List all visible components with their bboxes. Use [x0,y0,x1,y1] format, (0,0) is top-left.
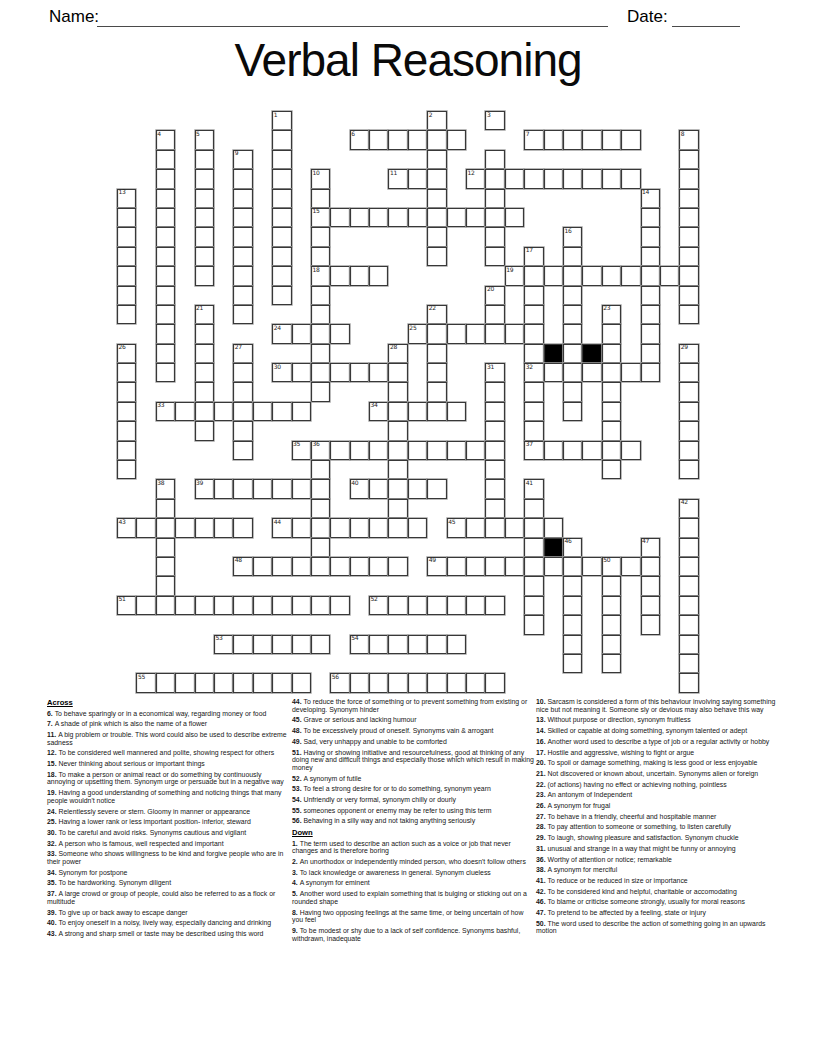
grid-cell[interactable] [602,363,621,382]
grid-cell[interactable] [602,130,621,149]
grid-cell[interactable] [253,635,272,654]
grid-cell[interactable] [427,479,446,498]
grid-cell[interactable] [233,208,252,227]
grid-cell[interactable] [195,227,214,246]
grid-cell[interactable] [311,557,330,576]
grid-cell[interactable] [272,673,291,692]
grid-cell[interactable] [272,150,291,169]
grid-cell[interactable] [466,208,485,227]
grid-cell[interactable]: 21 [195,305,214,324]
grid-cell[interactable]: 9 [233,150,252,169]
grid-cell[interactable]: 22 [427,305,446,324]
grid-cell[interactable]: 3 [485,111,504,130]
grid-cell[interactable]: 32 [524,363,543,382]
grid-cell[interactable]: 10 [311,169,330,188]
grid-cell[interactable] [388,557,407,576]
grid-cell[interactable]: 49 [427,557,446,576]
grid-cell[interactable]: 26 [117,344,136,363]
grid-cell[interactable] [427,363,446,382]
grid-cell[interactable] [156,266,175,285]
crossword-grid[interactable]: 1234567891011121314151617181920212223242… [117,111,699,693]
grid-cell[interactable] [272,266,291,285]
grid-cell[interactable] [466,518,485,537]
grid-cell[interactable] [602,344,621,363]
grid-cell[interactable]: 24 [272,324,291,343]
grid-cell[interactable] [195,266,214,285]
grid-cell[interactable] [156,596,175,615]
grid-cell[interactable] [156,538,175,557]
grid-cell[interactable] [485,189,504,208]
grid-cell[interactable] [117,382,136,401]
grid-cell[interactable] [156,169,175,188]
grid-cell[interactable] [679,421,698,440]
grid-cell[interactable] [195,324,214,343]
grid-cell[interactable] [679,305,698,324]
grid-cell[interactable]: 47 [641,538,660,557]
grid-cell[interactable] [350,266,369,285]
grid-cell[interactable] [117,441,136,460]
grid-cell[interactable] [408,208,427,227]
grid-cell[interactable] [408,130,427,149]
grid-cell[interactable] [427,189,446,208]
grid-cell[interactable] [679,402,698,421]
grid-cell[interactable] [563,247,582,266]
grid-cell[interactable] [447,130,466,149]
grid-cell[interactable]: 4 [156,130,175,149]
grid-cell[interactable] [563,382,582,401]
grid-cell[interactable] [679,286,698,305]
grid-cell[interactable] [233,518,252,537]
grid-cell[interactable] [582,363,601,382]
grid-cell[interactable] [485,673,504,692]
grid-cell[interactable] [311,538,330,557]
grid-cell[interactable] [544,557,563,576]
grid-cell[interactable] [485,227,504,246]
grid-cell[interactable] [408,635,427,654]
grid-cell[interactable] [427,208,446,227]
grid-cell[interactable] [447,324,466,343]
grid-cell[interactable] [233,266,252,285]
grid-cell[interactable]: 43 [117,518,136,537]
grid-cell[interactable] [427,596,446,615]
grid-cell[interactable] [485,247,504,266]
grid-cell[interactable] [505,169,524,188]
grid-cell[interactable] [136,596,155,615]
grid-cell[interactable]: 55 [136,673,155,692]
grid-cell[interactable] [253,673,272,692]
grid-cell[interactable] [602,421,621,440]
grid-cell[interactable] [679,208,698,227]
grid-cell[interactable] [311,227,330,246]
grid-cell[interactable] [641,324,660,343]
grid-cell[interactable] [485,441,504,460]
grid-cell[interactable] [175,518,194,537]
grid-cell[interactable] [117,402,136,421]
grid-cell[interactable] [292,363,311,382]
grid-cell[interactable]: 39 [195,479,214,498]
grid-cell[interactable] [195,247,214,266]
grid-cell[interactable] [272,169,291,188]
grid-cell[interactable] [679,615,698,634]
grid-cell[interactable]: 41 [524,479,543,498]
grid-cell[interactable] [427,441,446,460]
grid-cell[interactable]: 18 [311,266,330,285]
grid-cell[interactable]: 33 [156,402,175,421]
grid-cell[interactable] [563,305,582,324]
grid-cell[interactable]: 56 [330,673,349,692]
grid-cell[interactable] [563,324,582,343]
grid-cell[interactable] [195,363,214,382]
grid-cell[interactable] [679,441,698,460]
grid-cell[interactable] [524,557,543,576]
grid-cell[interactable] [117,227,136,246]
grid-cell[interactable] [641,596,660,615]
grid-cell[interactable] [679,227,698,246]
grid-cell[interactable] [311,189,330,208]
grid-cell[interactable] [311,460,330,479]
grid-cell[interactable] [524,421,543,440]
grid-cell[interactable] [466,324,485,343]
grid-cell[interactable] [117,266,136,285]
grid-cell[interactable] [175,596,194,615]
grid-cell[interactable] [311,635,330,654]
grid-cell[interactable] [311,247,330,266]
grid-cell[interactable] [233,247,252,266]
grid-cell[interactable]: 14 [641,189,660,208]
grid-cell[interactable] [156,499,175,518]
grid-cell[interactable] [621,441,640,460]
grid-cell[interactable] [641,344,660,363]
grid-cell[interactable] [505,208,524,227]
grid-cell[interactable]: 40 [350,479,369,498]
grid-cell[interactable] [233,635,252,654]
grid-cell[interactable] [427,227,446,246]
grid-cell[interactable] [679,247,698,266]
grid-cell[interactable] [388,499,407,518]
grid-cell[interactable] [524,344,543,363]
grid-cell[interactable] [369,441,388,460]
grid-cell[interactable] [602,596,621,615]
grid-cell[interactable] [679,189,698,208]
grid-cell[interactable] [117,286,136,305]
grid-cell[interactable] [641,557,660,576]
grid-cell[interactable] [253,557,272,576]
grid-cell[interactable] [388,363,407,382]
grid-cell[interactable]: 23 [602,305,621,324]
grid-cell[interactable]: 6 [350,130,369,149]
grid-cell[interactable] [563,635,582,654]
grid-cell[interactable] [524,266,543,285]
grid-cell[interactable] [621,266,640,285]
grid-cell[interactable] [311,363,330,382]
grid-cell[interactable] [602,635,621,654]
grid-cell[interactable] [544,518,563,537]
grid-cell[interactable] [582,557,601,576]
grid-cell[interactable] [485,305,504,324]
grid-cell[interactable] [485,208,504,227]
grid-cell[interactable] [214,596,233,615]
grid-cell[interactable] [466,441,485,460]
grid-cell[interactable] [485,479,504,498]
grid-cell[interactable] [388,382,407,401]
grid-cell[interactable] [524,324,543,343]
grid-cell[interactable] [524,169,543,188]
grid-cell[interactable] [350,518,369,537]
grid-cell[interactable]: 11 [388,169,407,188]
grid-cell[interactable] [544,266,563,285]
grid-cell[interactable] [388,208,407,227]
grid-cell[interactable] [679,557,698,576]
grid-cell[interactable]: 44 [272,518,291,537]
grid-cell[interactable]: 5 [195,130,214,149]
grid-cell[interactable] [621,557,640,576]
grid-cell[interactable] [175,673,194,692]
grid-cell[interactable]: 37 [524,441,543,460]
grid-cell[interactable] [602,654,621,673]
grid-cell[interactable] [350,208,369,227]
grid-cell[interactable] [466,596,485,615]
grid-cell[interactable] [369,266,388,285]
grid-cell[interactable] [175,402,194,421]
grid-cell[interactable] [447,557,466,576]
grid-cell[interactable]: 2 [427,111,446,130]
grid-cell[interactable] [253,596,272,615]
grid-cell[interactable] [195,208,214,227]
grid-cell[interactable] [660,266,679,285]
grid-cell[interactable]: 50 [602,557,621,576]
grid-cell[interactable] [350,557,369,576]
grid-cell[interactable] [214,673,233,692]
grid-cell[interactable] [330,266,349,285]
grid-cell[interactable] [117,208,136,227]
grid-cell[interactable] [117,247,136,266]
grid-cell[interactable] [292,402,311,421]
grid-cell[interactable] [330,557,349,576]
grid-cell[interactable] [485,382,504,401]
grid-cell[interactable] [524,499,543,518]
grid-cell[interactable]: 51 [117,596,136,615]
grid-cell[interactable]: 30 [272,363,291,382]
grid-cell[interactable] [485,150,504,169]
grid-cell[interactable] [369,673,388,692]
grid-cell[interactable] [195,189,214,208]
grid-cell[interactable] [195,402,214,421]
grid-cell[interactable] [582,130,601,149]
grid-cell[interactable] [292,596,311,615]
grid-cell[interactable] [563,286,582,305]
grid-cell[interactable] [233,402,252,421]
grid-cell[interactable] [641,286,660,305]
grid-cell[interactable] [679,460,698,479]
grid-cell[interactable]: 1 [272,111,291,130]
grid-cell[interactable] [233,169,252,188]
grid-cell[interactable] [602,402,621,421]
grid-cell[interactable] [195,596,214,615]
grid-cell[interactable] [563,596,582,615]
grid-cell[interactable] [156,324,175,343]
grid-cell[interactable] [330,208,349,227]
grid-cell[interactable] [369,208,388,227]
grid-cell[interactable] [621,169,640,188]
grid-cell[interactable]: 46 [563,538,582,557]
grid-cell[interactable]: 20 [485,286,504,305]
grid-cell[interactable] [447,635,466,654]
grid-cell[interactable] [544,441,563,460]
grid-cell[interactable] [350,673,369,692]
grid-cell[interactable] [369,557,388,576]
grid-cell[interactable] [330,596,349,615]
grid-cell[interactable]: 27 [233,344,252,363]
grid-cell[interactable] [330,441,349,460]
grid-cell[interactable] [563,576,582,595]
grid-cell[interactable]: 29 [679,344,698,363]
grid-cell[interactable] [272,286,291,305]
grid-cell[interactable] [388,460,407,479]
grid-cell[interactable] [641,208,660,227]
grid-cell[interactable] [272,227,291,246]
grid-cell[interactable] [447,673,466,692]
grid-cell[interactable] [679,635,698,654]
grid-cell[interactable] [679,576,698,595]
grid-cell[interactable] [408,402,427,421]
name-input-line[interactable] [97,8,608,27]
grid-cell[interactable] [156,247,175,266]
grid-cell[interactable] [117,305,136,324]
grid-cell[interactable] [311,382,330,401]
grid-cell[interactable] [195,382,214,401]
grid-cell[interactable] [582,169,601,188]
grid-cell[interactable] [214,518,233,537]
grid-cell[interactable] [524,305,543,324]
grid-cell[interactable] [388,130,407,149]
grid-cell[interactable] [156,518,175,537]
grid-cell[interactable] [641,247,660,266]
grid-cell[interactable] [272,208,291,227]
grid-cell[interactable]: 38 [156,479,175,498]
grid-cell[interactable] [156,673,175,692]
grid-cell[interactable] [408,673,427,692]
grid-cell[interactable] [485,499,504,518]
grid-cell[interactable] [485,557,504,576]
grid-cell[interactable] [485,596,504,615]
grid-cell[interactable] [679,654,698,673]
grid-cell[interactable] [447,441,466,460]
grid-cell[interactable]: 31 [485,363,504,382]
grid-cell[interactable] [524,576,543,595]
grid-cell[interactable] [272,189,291,208]
grid-cell[interactable] [292,635,311,654]
grid-cell[interactable] [524,402,543,421]
grid-cell[interactable] [447,208,466,227]
grid-cell[interactable] [233,673,252,692]
grid-cell[interactable] [427,150,446,169]
grid-cell[interactable] [427,344,446,363]
grid-cell[interactable] [195,518,214,537]
grid-cell[interactable] [602,382,621,401]
grid-cell[interactable]: 13 [117,189,136,208]
grid-cell[interactable] [427,402,446,421]
grid-cell[interactable]: 53 [214,635,233,654]
grid-cell[interactable] [582,266,601,285]
grid-cell[interactable] [272,479,291,498]
grid-cell[interactable] [485,169,504,188]
grid-cell[interactable] [485,324,504,343]
grid-cell[interactable] [233,596,252,615]
grid-cell[interactable] [388,673,407,692]
grid-cell[interactable] [563,654,582,673]
grid-cell[interactable] [621,363,640,382]
grid-cell[interactable] [136,518,155,537]
grid-cell[interactable] [524,538,543,557]
grid-cell[interactable] [214,402,233,421]
grid-cell[interactable] [233,189,252,208]
grid-cell[interactable]: 28 [388,344,407,363]
grid-cell[interactable] [388,518,407,537]
grid-cell[interactable] [388,635,407,654]
grid-cell[interactable] [272,596,291,615]
grid-cell[interactable] [350,363,369,382]
grid-cell[interactable] [311,479,330,498]
grid-cell[interactable] [466,673,485,692]
grid-cell[interactable] [602,576,621,595]
grid-cell[interactable] [369,479,388,498]
grid-cell[interactable] [272,557,291,576]
grid-cell[interactable]: 12 [466,169,485,188]
grid-cell[interactable] [156,363,175,382]
grid-cell[interactable] [369,518,388,537]
grid-cell[interactable] [233,305,252,324]
grid-cell[interactable] [544,130,563,149]
grid-cell[interactable] [641,266,660,285]
grid-cell[interactable] [602,615,621,634]
grid-cell[interactable] [602,266,621,285]
grid-cell[interactable] [117,460,136,479]
grid-cell[interactable] [563,402,582,421]
grid-cell[interactable] [156,150,175,169]
grid-cell[interactable] [195,344,214,363]
grid-cell[interactable] [311,324,330,343]
grid-cell[interactable] [388,479,407,498]
grid-cell[interactable]: 7 [524,130,543,149]
grid-cell[interactable] [679,382,698,401]
grid-cell[interactable]: 17 [524,247,543,266]
grid-cell[interactable] [311,344,330,363]
date-input-line[interactable] [672,8,740,27]
grid-cell[interactable] [505,518,524,537]
grid-cell[interactable] [388,441,407,460]
grid-cell[interactable] [156,344,175,363]
grid-cell[interactable] [388,596,407,615]
grid-cell[interactable] [427,130,446,149]
grid-cell[interactable] [485,518,504,537]
grid-cell[interactable] [330,363,349,382]
grid-cell[interactable] [369,363,388,382]
grid-cell[interactable] [679,518,698,537]
grid-cell[interactable] [156,208,175,227]
grid-cell[interactable] [563,169,582,188]
grid-cell[interactable]: 25 [408,324,427,343]
grid-cell[interactable] [272,402,291,421]
grid-cell[interactable] [602,324,621,343]
grid-cell[interactable] [524,382,543,401]
grid-cell[interactable] [272,247,291,266]
grid-cell[interactable] [641,227,660,246]
grid-cell[interactable] [408,596,427,615]
grid-cell[interactable] [602,169,621,188]
grid-cell[interactable] [427,169,446,188]
grid-cell[interactable] [427,247,446,266]
grid-cell[interactable]: 15 [311,208,330,227]
